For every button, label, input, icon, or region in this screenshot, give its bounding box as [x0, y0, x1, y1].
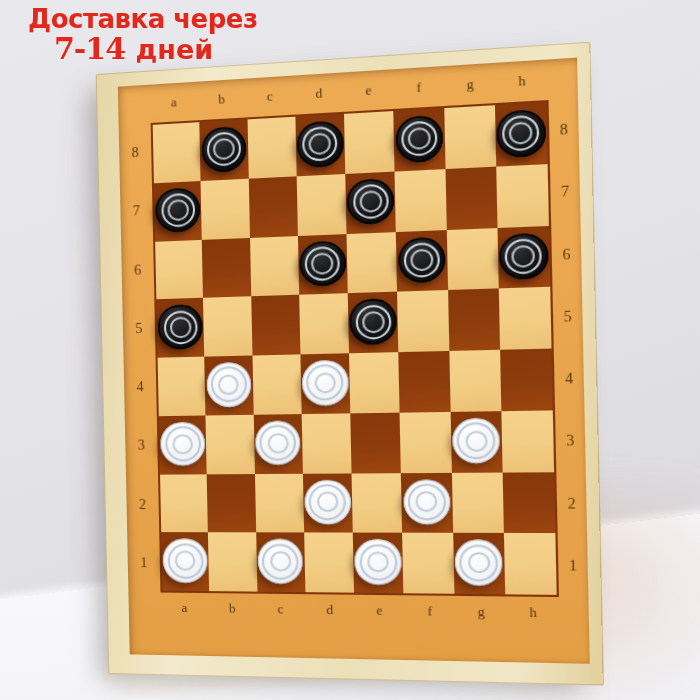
- square-a8: [153, 122, 201, 183]
- banner-line2: 7-14 дней: [54, 33, 258, 64]
- file-label-c-top: c: [245, 87, 294, 106]
- square-g8: [444, 105, 496, 169]
- black-checker-h6: [499, 232, 549, 280]
- square-b1: [208, 532, 257, 591]
- white-checker-f2: [403, 479, 451, 525]
- white-checker-d4: [302, 360, 349, 406]
- rank-label-8-right: 8: [549, 98, 580, 162]
- file-label-c-bottom: c: [256, 601, 305, 618]
- white-checker-d2: [304, 479, 351, 524]
- banner-line1: Доставка через: [28, 6, 258, 33]
- rank-label-5-right: 5: [552, 285, 583, 348]
- square-d8: [295, 114, 345, 176]
- square-f1: [402, 533, 454, 594]
- file-label-b-bottom: b: [208, 600, 256, 617]
- square-c5: [251, 295, 300, 356]
- square-h3: [501, 410, 554, 472]
- white-checker-g3: [452, 418, 501, 464]
- square-b2: [207, 474, 256, 533]
- square-g4: [449, 350, 501, 412]
- square-e7: [345, 171, 396, 233]
- square-a6: [155, 239, 203, 299]
- file-label-b-top: b: [197, 90, 245, 109]
- square-a3: [159, 415, 207, 474]
- square-h8: [495, 102, 548, 166]
- corner-spacer: [548, 58, 578, 100]
- square-a4: [158, 357, 206, 416]
- file-label-g-top: g: [444, 74, 496, 94]
- rank-label-3-left: 3: [125, 416, 158, 475]
- rank-label-6-left: 6: [121, 240, 154, 300]
- square-e8: [344, 111, 395, 174]
- square-g7: [445, 166, 497, 229]
- square-e6: [347, 232, 398, 294]
- file-label-h-top: h: [496, 71, 549, 91]
- square-g5: [448, 289, 500, 351]
- square-e5: [348, 292, 399, 353]
- white-checker-g1: [454, 540, 503, 586]
- rank-label-1-right: 1: [558, 535, 589, 597]
- file-label-a-bottom: a: [161, 600, 209, 617]
- checkers-board: abcdefgh8765432187654321abcdefgh: [96, 42, 604, 686]
- square-h5: [499, 287, 552, 350]
- square-g6: [446, 228, 498, 291]
- delivery-banner: Доставка через 7-14 дней: [28, 6, 258, 64]
- square-c3: [253, 414, 302, 474]
- file-label-e-top: e: [343, 81, 393, 101]
- banner-days-word: дней: [136, 34, 214, 65]
- square-f7: [395, 169, 446, 232]
- black-checker-f6: [398, 236, 446, 283]
- square-f3: [400, 412, 452, 473]
- black-checker-f8: [395, 115, 443, 163]
- square-d7: [296, 174, 346, 236]
- square-e4: [349, 352, 400, 413]
- white-checker-b4: [206, 362, 252, 407]
- square-g3: [450, 411, 502, 472]
- rank-label-5-left: 5: [122, 299, 155, 358]
- file-label-f-bottom: f: [404, 603, 455, 620]
- square-e3: [350, 412, 401, 473]
- square-f4: [399, 351, 451, 412]
- square-h2: [502, 472, 555, 534]
- square-b4: [204, 356, 253, 416]
- square-d5: [299, 293, 349, 354]
- square-c8: [247, 117, 296, 179]
- square-b6: [202, 237, 251, 298]
- corner-spacer: [118, 85, 151, 125]
- square-d4: [300, 353, 350, 414]
- white-checker-c1: [257, 539, 303, 584]
- square-a7: [154, 181, 202, 242]
- file-labels-bottom: abcdefgh: [128, 592, 589, 664]
- rank-label-8-left: 8: [119, 123, 152, 183]
- file-label-f-top: f: [393, 78, 444, 98]
- square-b7: [201, 178, 250, 239]
- square-f6: [396, 230, 448, 292]
- square-d3: [301, 413, 351, 473]
- rank-label-4-left: 4: [124, 358, 157, 417]
- square-e2: [352, 473, 403, 533]
- white-checker-a3: [160, 422, 205, 466]
- file-label-g-bottom: g: [455, 603, 507, 621]
- black-checker-d6: [299, 240, 346, 287]
- file-label-e-bottom: e: [354, 602, 404, 619]
- file-label-d-top: d: [294, 84, 344, 104]
- rank-label-3-right: 3: [555, 410, 586, 473]
- board-grid: [151, 100, 559, 597]
- black-checker-a5: [158, 304, 203, 349]
- square-c1: [256, 533, 305, 593]
- white-checker-e1: [354, 539, 402, 585]
- white-checker-c3: [255, 420, 301, 465]
- square-h1: [504, 533, 557, 595]
- square-f5: [397, 290, 449, 352]
- rank-label-6-right: 6: [551, 223, 582, 286]
- square-c2: [254, 473, 303, 532]
- rank-label-2-right: 2: [556, 473, 587, 535]
- square-e1: [353, 533, 404, 593]
- black-checker-a7: [155, 187, 200, 233]
- square-c4: [252, 354, 301, 414]
- square-d2: [303, 473, 353, 533]
- square-g1: [453, 533, 505, 594]
- square-g2: [451, 472, 503, 533]
- photo-stage: abcdefgh8765432187654321abcdefgh abcdefg…: [0, 0, 700, 700]
- square-b8: [200, 119, 249, 180]
- square-a1: [161, 532, 209, 591]
- file-label-h-bottom: h: [507, 604, 560, 622]
- square-c6: [249, 236, 298, 297]
- black-checker-d8: [297, 120, 344, 167]
- black-checker-b8: [201, 126, 247, 173]
- rank-label-7-right: 7: [550, 161, 581, 225]
- square-h6: [497, 225, 550, 288]
- square-h7: [496, 164, 549, 228]
- white-checker-a1: [163, 539, 208, 583]
- square-b5: [203, 297, 252, 357]
- rank-label-4-right: 4: [554, 348, 585, 411]
- board-face: abcdefgh8765432187654321abcdefgh: [118, 58, 590, 664]
- square-f2: [401, 472, 453, 533]
- square-f8: [394, 108, 445, 171]
- square-a5: [156, 298, 204, 358]
- square-c7: [248, 176, 297, 237]
- black-checker-e7: [347, 178, 394, 225]
- square-d1: [304, 533, 354, 593]
- board-frame: abcdefgh8765432187654321abcdefgh: [96, 42, 604, 686]
- rank-label-2-left: 2: [126, 475, 159, 534]
- square-a2: [160, 474, 208, 533]
- rank-label-7-left: 7: [120, 182, 153, 242]
- square-b3: [206, 415, 255, 474]
- file-label-a-top: a: [150, 93, 198, 112]
- black-checker-h8: [496, 109, 546, 158]
- black-checker-e5: [349, 298, 397, 344]
- square-d6: [298, 234, 348, 295]
- square-h4: [500, 349, 553, 411]
- rank-label-1-left: 1: [127, 534, 160, 593]
- file-label-d-bottom: d: [305, 601, 355, 618]
- banner-days-range: 7-14: [54, 31, 125, 66]
- board-mid: 8765432187654321: [119, 98, 589, 597]
